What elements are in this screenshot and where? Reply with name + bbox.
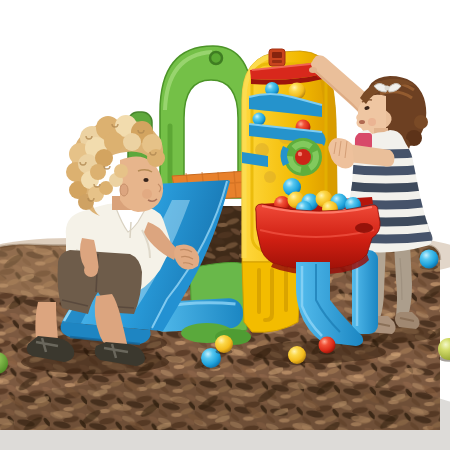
logo-mark-2 xyxy=(272,60,282,63)
hair-curl xyxy=(104,132,124,152)
red-play-ball xyxy=(319,337,336,354)
funnel-center-highlight xyxy=(298,152,302,156)
girl-hand-fingers xyxy=(311,61,319,67)
girl-mouth xyxy=(359,120,365,124)
tray-shadow xyxy=(250,341,386,363)
boy-hanging-hand xyxy=(84,263,98,277)
boy-eye xyxy=(143,178,148,182)
funnel-center xyxy=(295,149,311,165)
step2-logo xyxy=(269,49,285,66)
boy-cheek xyxy=(142,189,152,199)
arch-ring-detail xyxy=(210,52,222,64)
bow-knot xyxy=(385,86,390,91)
blue-play-ball xyxy=(420,250,439,269)
girl-cheek xyxy=(368,118,376,126)
girl-hand-fingers xyxy=(309,67,317,73)
yellow-play-ball xyxy=(215,335,233,353)
hair-curl xyxy=(123,133,141,151)
hair-curl xyxy=(147,149,165,167)
polo-placket xyxy=(130,222,131,238)
mulch-foreground-shade xyxy=(0,377,450,450)
ball-shadow xyxy=(264,171,276,183)
boy-far-leg xyxy=(35,302,58,340)
logo-mark xyxy=(272,52,282,58)
tray-cup-notch xyxy=(355,223,373,233)
yellow-play-ball xyxy=(288,346,306,364)
product-photo xyxy=(0,0,450,450)
boy-ear xyxy=(120,184,128,196)
girl-hair-curl xyxy=(414,115,428,129)
hair-curl xyxy=(114,164,128,178)
